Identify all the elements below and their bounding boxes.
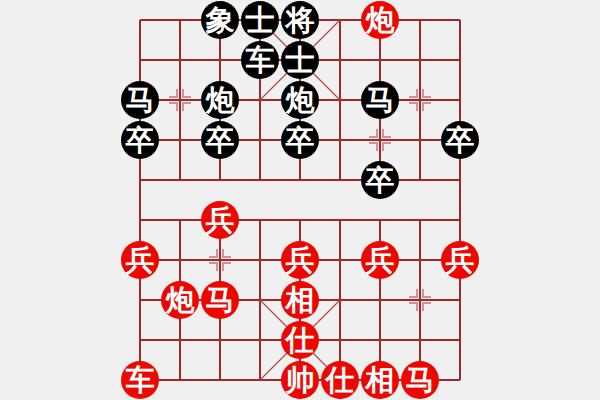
xiangqi-pieces-layer: 象士将炮车士马炮炮马卒卒卒卒卒兵兵兵兵兵炮马相仕车帅仕相马 bbox=[120, 0, 480, 400]
black-general[interactable]: 将 bbox=[281, 1, 319, 39]
black-elephant[interactable]: 象 bbox=[201, 1, 239, 39]
xiangqi-app-screen: 象士将炮车士马炮炮马卒卒卒卒卒兵兵兵兵兵炮马相仕车帅仕相马 bbox=[0, 0, 600, 400]
red-horse[interactable]: 马 bbox=[201, 281, 239, 319]
red-horse[interactable]: 马 bbox=[401, 361, 439, 399]
black-soldier[interactable]: 卒 bbox=[121, 121, 159, 159]
red-soldier[interactable]: 兵 bbox=[121, 241, 159, 279]
red-general[interactable]: 帅 bbox=[281, 361, 319, 399]
black-cannon[interactable]: 炮 bbox=[201, 81, 239, 119]
red-elephant[interactable]: 相 bbox=[281, 281, 319, 319]
black-cannon[interactable]: 炮 bbox=[281, 81, 319, 119]
black-chariot[interactable]: 车 bbox=[241, 41, 279, 79]
red-chariot[interactable]: 车 bbox=[121, 361, 159, 399]
red-soldier[interactable]: 兵 bbox=[361, 241, 399, 279]
red-advisor[interactable]: 仕 bbox=[321, 361, 359, 399]
red-cannon[interactable]: 炮 bbox=[361, 1, 399, 39]
black-horse[interactable]: 马 bbox=[121, 81, 159, 119]
black-soldier[interactable]: 卒 bbox=[201, 121, 239, 159]
black-soldier[interactable]: 卒 bbox=[281, 121, 319, 159]
red-soldier[interactable]: 兵 bbox=[441, 241, 479, 279]
black-soldier[interactable]: 卒 bbox=[361, 161, 399, 199]
red-cannon[interactable]: 炮 bbox=[161, 281, 199, 319]
black-advisor[interactable]: 士 bbox=[241, 1, 279, 39]
black-horse[interactable]: 马 bbox=[361, 81, 399, 119]
red-elephant[interactable]: 相 bbox=[361, 361, 399, 399]
black-advisor[interactable]: 士 bbox=[281, 41, 319, 79]
red-soldier[interactable]: 兵 bbox=[281, 241, 319, 279]
red-soldier[interactable]: 兵 bbox=[201, 201, 239, 239]
red-advisor[interactable]: 仕 bbox=[281, 321, 319, 359]
black-soldier[interactable]: 卒 bbox=[441, 121, 479, 159]
